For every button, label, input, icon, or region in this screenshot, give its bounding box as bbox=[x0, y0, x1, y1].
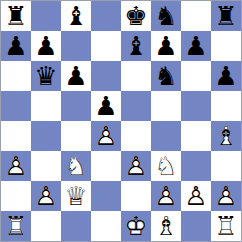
piece-glyph: ♟ bbox=[91, 91, 121, 121]
chessboard-container: ♜♝♚♞♜♟♟♝♟♟♛♟♞♟♟♟♙♝♗♟♙♞♘♟♙♞♘♟♙♛♕♟♙♟♙♟♙♜♖♚… bbox=[0, 0, 242, 242]
square-g5[interactable] bbox=[181, 91, 211, 121]
piece-outline-glyph: ♖ bbox=[1, 211, 31, 241]
piece-white-pawn-f2[interactable]: ♟♙ bbox=[151, 181, 181, 211]
piece-black-pawn-b7[interactable]: ♟ bbox=[31, 31, 61, 61]
piece-glyph: ♛ bbox=[31, 61, 61, 91]
square-d8[interactable] bbox=[91, 1, 121, 31]
square-b4[interactable] bbox=[31, 121, 61, 151]
square-c7[interactable] bbox=[61, 31, 91, 61]
piece-black-pawn-h6[interactable]: ♟ bbox=[211, 61, 241, 91]
piece-black-pawn-a7[interactable]: ♟ bbox=[1, 31, 31, 61]
square-b6[interactable]: ♛ bbox=[31, 61, 61, 91]
piece-glyph: ♟ bbox=[1, 31, 31, 61]
chessboard: ♜♝♚♞♜♟♟♝♟♟♛♟♞♟♟♟♙♝♗♟♙♞♘♟♙♞♘♟♙♛♕♟♙♟♙♟♙♜♖♚… bbox=[0, 0, 242, 242]
square-f5[interactable] bbox=[151, 91, 181, 121]
piece-white-rook-a1[interactable]: ♜♖ bbox=[1, 211, 31, 241]
piece-white-bishop-h4[interactable]: ♝♗ bbox=[211, 121, 241, 151]
square-g2[interactable]: ♟♙ bbox=[181, 181, 211, 211]
square-e8[interactable]: ♚ bbox=[121, 1, 151, 31]
piece-glyph: ♟ bbox=[31, 31, 61, 61]
piece-black-bishop-c8[interactable]: ♝ bbox=[61, 1, 91, 31]
piece-outline-glyph: ♙ bbox=[121, 151, 151, 181]
piece-black-knight-f6[interactable]: ♞ bbox=[151, 61, 181, 91]
square-b8[interactable] bbox=[31, 1, 61, 31]
square-e7[interactable]: ♝ bbox=[121, 31, 151, 61]
piece-black-knight-f8[interactable]: ♞ bbox=[151, 1, 181, 31]
square-b2[interactable]: ♟♙ bbox=[31, 181, 61, 211]
square-e1[interactable]: ♚♔ bbox=[121, 211, 151, 241]
piece-outline-glyph: ♘ bbox=[61, 151, 91, 181]
square-a2[interactable] bbox=[1, 181, 31, 211]
piece-white-queen-c2[interactable]: ♛♕ bbox=[61, 181, 91, 211]
square-h2[interactable]: ♟♙ bbox=[211, 181, 241, 211]
square-g8[interactable] bbox=[181, 1, 211, 31]
square-h7[interactable] bbox=[211, 31, 241, 61]
piece-black-king-e8[interactable]: ♚ bbox=[121, 1, 151, 31]
square-h5[interactable] bbox=[211, 91, 241, 121]
square-g6[interactable] bbox=[181, 61, 211, 91]
square-c2[interactable]: ♛♕ bbox=[61, 181, 91, 211]
piece-glyph: ♟ bbox=[181, 31, 211, 61]
square-a4[interactable] bbox=[1, 121, 31, 151]
square-e2[interactable] bbox=[121, 181, 151, 211]
square-g1[interactable] bbox=[181, 211, 211, 241]
square-g3[interactable] bbox=[181, 151, 211, 181]
square-e4[interactable] bbox=[121, 121, 151, 151]
square-d7[interactable] bbox=[91, 31, 121, 61]
piece-glyph: ♝ bbox=[121, 31, 151, 61]
square-f4[interactable] bbox=[151, 121, 181, 151]
piece-outline-glyph: ♙ bbox=[151, 181, 181, 211]
piece-glyph: ♟ bbox=[61, 61, 91, 91]
piece-glyph: ♚ bbox=[121, 1, 151, 31]
square-g4[interactable] bbox=[181, 121, 211, 151]
piece-white-pawn-a3[interactable]: ♟♙ bbox=[1, 151, 31, 181]
piece-outline-glyph: ♗ bbox=[151, 211, 181, 241]
square-f2[interactable]: ♟♙ bbox=[151, 181, 181, 211]
piece-white-pawn-d4[interactable]: ♟♙ bbox=[91, 121, 121, 151]
square-f1[interactable]: ♝♗ bbox=[151, 211, 181, 241]
piece-outline-glyph: ♙ bbox=[181, 181, 211, 211]
piece-glyph: ♟ bbox=[211, 61, 241, 91]
square-f3[interactable]: ♞♘ bbox=[151, 151, 181, 181]
piece-glyph: ♜ bbox=[211, 1, 241, 31]
piece-white-pawn-e3[interactable]: ♟♙ bbox=[121, 151, 151, 181]
piece-glyph: ♟ bbox=[151, 31, 181, 61]
piece-outline-glyph: ♗ bbox=[211, 121, 241, 151]
square-b1[interactable] bbox=[31, 211, 61, 241]
piece-outline-glyph: ♕ bbox=[61, 181, 91, 211]
piece-white-knight-f3[interactable]: ♞♘ bbox=[151, 151, 181, 181]
square-e3[interactable]: ♟♙ bbox=[121, 151, 151, 181]
piece-glyph: ♝ bbox=[61, 1, 91, 31]
square-b3[interactable] bbox=[31, 151, 61, 181]
piece-outline-glyph: ♘ bbox=[151, 151, 181, 181]
square-h6[interactable]: ♟ bbox=[211, 61, 241, 91]
piece-white-king-e1[interactable]: ♚♔ bbox=[121, 211, 151, 241]
square-c5[interactable] bbox=[61, 91, 91, 121]
square-c8[interactable]: ♝ bbox=[61, 1, 91, 31]
piece-white-pawn-g2[interactable]: ♟♙ bbox=[181, 181, 211, 211]
piece-white-rook-h1[interactable]: ♜♖ bbox=[211, 211, 241, 241]
square-d3[interactable] bbox=[91, 151, 121, 181]
square-d4[interactable]: ♟♙ bbox=[91, 121, 121, 151]
square-h4[interactable]: ♝♗ bbox=[211, 121, 241, 151]
square-f7[interactable]: ♟ bbox=[151, 31, 181, 61]
square-d6[interactable] bbox=[91, 61, 121, 91]
square-h8[interactable]: ♜ bbox=[211, 1, 241, 31]
square-g7[interactable]: ♟ bbox=[181, 31, 211, 61]
square-a3[interactable]: ♟♙ bbox=[1, 151, 31, 181]
piece-glyph: ♞ bbox=[151, 61, 181, 91]
piece-outline-glyph: ♙ bbox=[1, 151, 31, 181]
square-a7[interactable]: ♟ bbox=[1, 31, 31, 61]
piece-outline-glyph: ♙ bbox=[31, 181, 61, 211]
square-c6[interactable]: ♟ bbox=[61, 61, 91, 91]
square-d5[interactable]: ♟ bbox=[91, 91, 121, 121]
square-d2[interactable] bbox=[91, 181, 121, 211]
piece-white-pawn-h2[interactable]: ♟♙ bbox=[211, 181, 241, 211]
square-e6[interactable] bbox=[121, 61, 151, 91]
square-b7[interactable]: ♟ bbox=[31, 31, 61, 61]
piece-outline-glyph: ♙ bbox=[91, 121, 121, 151]
piece-black-bishop-e7[interactable]: ♝ bbox=[121, 31, 151, 61]
piece-black-pawn-d5[interactable]: ♟ bbox=[91, 91, 121, 121]
square-a8[interactable]: ♜ bbox=[1, 1, 31, 31]
square-a6[interactable] bbox=[1, 61, 31, 91]
square-c1[interactable] bbox=[61, 211, 91, 241]
piece-glyph: ♜ bbox=[1, 1, 31, 31]
piece-black-rook-h8[interactable]: ♜ bbox=[211, 1, 241, 31]
square-a1[interactable]: ♜♖ bbox=[1, 211, 31, 241]
piece-black-pawn-f7[interactable]: ♟ bbox=[151, 31, 181, 61]
piece-black-pawn-g7[interactable]: ♟ bbox=[181, 31, 211, 61]
square-c3[interactable]: ♞♘ bbox=[61, 151, 91, 181]
piece-outline-glyph: ♔ bbox=[121, 211, 151, 241]
square-f6[interactable]: ♞ bbox=[151, 61, 181, 91]
piece-black-rook-a8[interactable]: ♜ bbox=[1, 1, 31, 31]
square-a5[interactable] bbox=[1, 91, 31, 121]
square-d1[interactable] bbox=[91, 211, 121, 241]
square-b5[interactable] bbox=[31, 91, 61, 121]
piece-black-queen-b6[interactable]: ♛ bbox=[31, 61, 61, 91]
square-h1[interactable]: ♜♖ bbox=[211, 211, 241, 241]
piece-glyph: ♞ bbox=[151, 1, 181, 31]
piece-outline-glyph: ♖ bbox=[211, 211, 241, 241]
piece-black-pawn-c6[interactable]: ♟ bbox=[61, 61, 91, 91]
piece-white-pawn-b2[interactable]: ♟♙ bbox=[31, 181, 61, 211]
piece-white-knight-c3[interactable]: ♞♘ bbox=[61, 151, 91, 181]
square-c4[interactable] bbox=[61, 121, 91, 151]
square-f8[interactable]: ♞ bbox=[151, 1, 181, 31]
square-e5[interactable] bbox=[121, 91, 151, 121]
piece-outline-glyph: ♙ bbox=[211, 181, 241, 211]
piece-white-bishop-f1[interactable]: ♝♗ bbox=[151, 211, 181, 241]
square-h3[interactable] bbox=[211, 151, 241, 181]
